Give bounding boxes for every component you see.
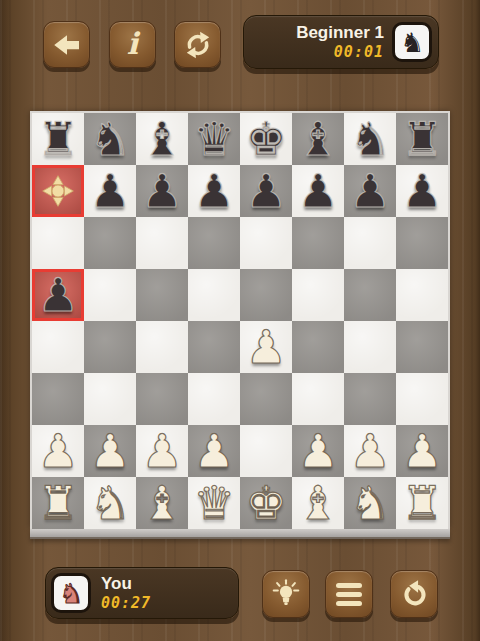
board-bottom-bevel <box>30 529 450 539</box>
square-f1[interactable]: ♝ <box>292 477 344 529</box>
square-c4[interactable] <box>136 321 188 373</box>
square-g3[interactable] <box>344 373 396 425</box>
white-pawn: ♟ <box>141 425 182 477</box>
info-icon: i <box>127 29 138 59</box>
square-d8[interactable]: ♛ <box>188 113 240 165</box>
square-a7[interactable] <box>32 165 84 217</box>
square-a4[interactable] <box>32 321 84 373</box>
square-e1[interactable]: ♚ <box>240 477 292 529</box>
opponent-panel: Beginner 1 00:01 ♞ <box>243 15 439 69</box>
black-king: ♚ <box>245 113 286 165</box>
black-pawn: ♟ <box>349 165 390 217</box>
square-a1[interactable]: ♜ <box>32 477 84 529</box>
square-b6[interactable] <box>84 217 136 269</box>
player-name: You <box>101 574 151 594</box>
square-h3[interactable] <box>396 373 448 425</box>
white-bishop: ♝ <box>141 477 182 529</box>
square-d3[interactable] <box>188 373 240 425</box>
square-d1[interactable]: ♛ <box>188 477 240 529</box>
square-h5[interactable] <box>396 269 448 321</box>
refresh-icon <box>184 31 212 59</box>
square-b3[interactable] <box>84 373 136 425</box>
square-e8[interactable]: ♚ <box>240 113 292 165</box>
square-c6[interactable] <box>136 217 188 269</box>
undo-button[interactable] <box>390 570 438 618</box>
square-a6[interactable] <box>32 217 84 269</box>
opponent-timer: 00:01 <box>296 43 384 61</box>
black-queen: ♛ <box>193 113 234 165</box>
undo-icon <box>399 579 429 609</box>
square-e4[interactable]: ♟ <box>240 321 292 373</box>
square-h7[interactable]: ♟ <box>396 165 448 217</box>
lightbulb-icon <box>271 579 301 609</box>
square-b5[interactable] <box>84 269 136 321</box>
square-e7[interactable]: ♟ <box>240 165 292 217</box>
square-b4[interactable] <box>84 321 136 373</box>
black-pawn: ♟ <box>37 269 78 321</box>
square-h4[interactable] <box>396 321 448 373</box>
white-king: ♚ <box>245 477 286 529</box>
white-queen: ♛ <box>193 477 234 529</box>
square-g8[interactable]: ♞ <box>344 113 396 165</box>
white-pawn: ♟ <box>37 425 78 477</box>
white-pawn: ♟ <box>245 321 286 373</box>
back-arrow-icon <box>52 32 82 58</box>
black-bishop: ♝ <box>297 113 338 165</box>
square-b7[interactable]: ♟ <box>84 165 136 217</box>
square-g5[interactable] <box>344 269 396 321</box>
square-c8[interactable]: ♝ <box>136 113 188 165</box>
black-pawn: ♟ <box>297 165 338 217</box>
square-f8[interactable]: ♝ <box>292 113 344 165</box>
square-d4[interactable] <box>188 321 240 373</box>
black-rook: ♜ <box>37 113 78 165</box>
square-f4[interactable] <box>292 321 344 373</box>
square-h1[interactable]: ♜ <box>396 477 448 529</box>
square-h2[interactable]: ♟ <box>396 425 448 477</box>
square-d5[interactable] <box>188 269 240 321</box>
square-d6[interactable] <box>188 217 240 269</box>
info-button[interactable]: i <box>109 21 156 68</box>
square-f3[interactable] <box>292 373 344 425</box>
white-knight: ♞ <box>349 477 390 529</box>
white-rook: ♜ <box>401 477 442 529</box>
restart-button[interactable] <box>174 21 221 68</box>
white-pawn: ♟ <box>297 425 338 477</box>
square-e2[interactable] <box>240 425 292 477</box>
square-a8[interactable]: ♜ <box>32 113 84 165</box>
move-origin-icon <box>41 174 75 208</box>
square-a3[interactable] <box>32 373 84 425</box>
square-g7[interactable]: ♟ <box>344 165 396 217</box>
black-knight: ♞ <box>349 113 390 165</box>
square-c3[interactable] <box>136 373 188 425</box>
square-d7[interactable]: ♟ <box>188 165 240 217</box>
red-knight-icon: ♞ <box>51 573 91 613</box>
square-f5[interactable] <box>292 269 344 321</box>
black-bishop: ♝ <box>141 113 182 165</box>
white-rook: ♜ <box>37 477 78 529</box>
square-h8[interactable]: ♜ <box>396 113 448 165</box>
white-pawn: ♟ <box>349 425 390 477</box>
board-container: ♜♞♝♛♚♝♞♜♟♟♟♟♟♟♟♟♟♟♟♟♟♟♟♟♜♞♝♛♚♝♞♜ <box>30 111 450 539</box>
square-e5[interactable] <box>240 269 292 321</box>
player-timer: 00:27 <box>101 594 151 612</box>
back-button[interactable] <box>43 21 90 68</box>
square-g2[interactable]: ♟ <box>344 425 396 477</box>
square-g6[interactable] <box>344 217 396 269</box>
chess-board[interactable]: ♜♞♝♛♚♝♞♜♟♟♟♟♟♟♟♟♟♟♟♟♟♟♟♟♜♞♝♛♚♝♞♜ <box>30 111 450 529</box>
square-f7[interactable]: ♟ <box>292 165 344 217</box>
white-knight: ♞ <box>89 477 130 529</box>
square-b8[interactable]: ♞ <box>84 113 136 165</box>
square-a5[interactable]: ♟ <box>32 269 84 321</box>
player-panel: ♞ You 00:27 <box>45 567 239 619</box>
hamburger-icon <box>336 583 362 606</box>
square-c2[interactable]: ♟ <box>136 425 188 477</box>
white-pawn: ♟ <box>193 425 234 477</box>
white-pawn: ♟ <box>401 425 442 477</box>
square-c7[interactable]: ♟ <box>136 165 188 217</box>
square-e3[interactable] <box>240 373 292 425</box>
black-knight-icon: ♞ <box>392 22 432 62</box>
square-g1[interactable]: ♞ <box>344 477 396 529</box>
square-b2[interactable]: ♟ <box>84 425 136 477</box>
hint-button[interactable] <box>262 570 310 618</box>
square-f2[interactable]: ♟ <box>292 425 344 477</box>
black-pawn: ♟ <box>401 165 442 217</box>
square-a2[interactable]: ♟ <box>32 425 84 477</box>
square-b1[interactable]: ♞ <box>84 477 136 529</box>
black-knight: ♞ <box>89 113 130 165</box>
black-pawn: ♟ <box>245 165 286 217</box>
black-pawn: ♟ <box>141 165 182 217</box>
white-pawn: ♟ <box>89 425 130 477</box>
square-c1[interactable]: ♝ <box>136 477 188 529</box>
square-h6[interactable] <box>396 217 448 269</box>
menu-button[interactable] <box>325 570 373 618</box>
black-pawn: ♟ <box>89 165 130 217</box>
square-e6[interactable] <box>240 217 292 269</box>
square-d2[interactable]: ♟ <box>188 425 240 477</box>
square-g4[interactable] <box>344 321 396 373</box>
square-c5[interactable] <box>136 269 188 321</box>
black-pawn: ♟ <box>193 165 234 217</box>
white-bishop: ♝ <box>297 477 338 529</box>
square-f6[interactable] <box>292 217 344 269</box>
black-rook: ♜ <box>401 113 442 165</box>
opponent-name: Beginner 1 <box>296 23 384 43</box>
